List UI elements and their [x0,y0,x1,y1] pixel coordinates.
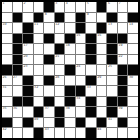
crossword-cell[interactable] [65,55,75,65]
crossword-cell[interactable]: 31 [2,86,12,96]
crossword-cell[interactable]: 34 [76,97,86,107]
crossword-cell[interactable] [55,34,65,44]
crossword-cell[interactable]: 12 [55,23,65,33]
clue-number: 28 [55,76,59,79]
clue-number: 40 [34,118,38,121]
clue-number: 44 [97,128,101,131]
crossword-cell[interactable] [34,65,44,75]
crossword-cell[interactable] [97,13,107,23]
crossword-cell[interactable]: 21 [55,55,65,65]
black-cell [118,86,128,96]
black-cell [76,118,86,128]
black-cell [34,13,44,23]
black-cell [118,65,128,75]
crossword-cell[interactable]: 10 [2,23,12,33]
black-cell [44,34,54,44]
crossword-cell[interactable] [128,86,138,96]
clue-number: 17 [24,44,28,47]
clue-number: 14 [129,23,133,26]
black-cell [23,118,33,128]
black-cell [86,76,96,86]
clue-number: 37 [45,107,49,110]
black-cell [118,76,128,86]
crossword-cell[interactable]: 2 [23,2,33,12]
crossword-cell[interactable] [65,23,75,33]
clue-number: 12 [55,23,59,26]
crossword-cell[interactable] [34,97,44,107]
crossword-cell[interactable] [34,76,44,86]
crossword-cell[interactable]: 9 [86,13,96,23]
crossword-cell[interactable]: 28 [55,76,65,86]
crossword-cell[interactable] [34,2,44,12]
crossword-cell[interactable] [65,128,75,138]
black-cell [23,34,33,44]
crossword-cell[interactable] [44,23,54,33]
crossword-cell[interactable]: 41 [107,118,117,128]
crossword-cell[interactable]: 35 [2,107,12,117]
crossword-cell[interactable] [2,13,12,23]
clue-number: 11 [34,23,38,26]
black-cell [97,118,107,128]
black-cell [76,13,86,23]
clue-number: 1 [3,2,5,5]
crossword-cell[interactable] [44,118,54,128]
black-cell [86,44,96,54]
black-cell [107,55,117,65]
clue-number: 41 [108,118,112,121]
black-cell [13,65,23,75]
clue-number: 19 [118,44,122,47]
crossword-cell[interactable]: 14 [128,23,138,33]
crossword-cell[interactable] [107,86,117,96]
black-cell [13,34,23,44]
crossword-cell[interactable] [23,107,33,117]
crossword-cell[interactable] [13,23,23,33]
crossword-cell[interactable] [97,55,107,65]
clue-number: 39 [118,107,122,110]
black-cell [2,65,12,75]
black-cell [107,13,117,23]
crossword-cell[interactable] [2,44,12,54]
crossword-cell[interactable] [76,107,86,117]
crossword-cell[interactable] [2,34,12,44]
crossword-cell[interactable] [97,65,107,75]
crossword-cell[interactable]: 19 [118,44,128,54]
black-cell [107,107,117,117]
clue-number: 24 [76,65,80,68]
crossword-cell[interactable] [44,86,54,96]
crossword-cell[interactable]: 26 [2,76,12,86]
crossword-cell[interactable] [76,44,86,54]
crossword-cell[interactable] [76,2,86,12]
crossword-cell[interactable] [128,107,138,117]
clue-number: 8 [45,13,47,16]
crossword-cell[interactable]: 11 [34,23,44,33]
crossword-cell[interactable]: 42 [2,128,12,138]
black-cell [86,55,96,65]
crossword-cell[interactable]: 1 [2,2,12,12]
black-cell [97,23,107,33]
black-cell [23,86,33,96]
crossword-cell[interactable]: 5 [86,2,96,12]
clue-number: 35 [3,107,7,110]
black-cell [55,118,65,128]
crossword-grid: 1234567891011121314151617181920212223242… [0,0,140,140]
crossword-cell[interactable] [128,34,138,44]
crossword-cell[interactable]: 27 [13,76,23,86]
black-cell [118,118,128,128]
black-cell [44,55,54,65]
clue-number: 36 [13,107,17,110]
black-cell [44,76,54,86]
crossword-cell[interactable]: 33 [86,86,96,96]
crossword-cell[interactable] [118,13,128,23]
clue-number: 9 [87,13,89,16]
crossword-cell[interactable] [55,97,65,107]
crossword-cell[interactable] [76,76,86,86]
black-cell [107,44,117,54]
black-cell [23,97,33,107]
crossword-cell[interactable]: 20 [23,55,33,65]
crossword-cell[interactable]: 22 [118,55,128,65]
crossword-cell[interactable]: 17 [23,44,33,54]
crossword-cell[interactable]: 18 [65,44,75,54]
black-cell [107,34,117,44]
crossword-cell[interactable] [86,23,96,33]
clue-number: 32 [34,86,38,89]
clue-number: 42 [3,128,7,131]
black-cell [128,65,138,75]
black-cell [65,65,75,75]
crossword-cell[interactable] [86,65,96,75]
crossword-cell[interactable] [86,118,96,128]
crossword-cell[interactable] [44,65,54,75]
black-cell [97,2,107,12]
crossword-cell[interactable] [2,55,12,65]
black-cell [23,23,33,33]
black-cell [23,76,33,86]
clue-number: 23 [24,65,28,68]
crossword-cell[interactable] [65,76,75,86]
crossword-cell[interactable] [97,97,107,107]
crossword-cell[interactable] [65,118,75,128]
black-cell [76,86,86,96]
crossword-cell[interactable]: 24 [76,65,86,75]
clue-number: 18 [66,44,70,47]
crossword-cell[interactable]: 7 [118,2,128,12]
crossword-cell[interactable]: 13 [107,23,117,33]
crossword-cell[interactable]: 23 [23,65,33,75]
crossword-cell[interactable] [107,128,117,138]
clue-number: 25 [108,65,112,68]
crossword-cell[interactable] [118,128,128,138]
clue-number: 5 [87,2,89,5]
black-cell [86,128,96,138]
crossword-cell[interactable] [2,97,12,107]
crossword-cell[interactable] [97,86,107,96]
crossword-cell[interactable] [13,2,23,12]
black-cell [86,97,96,107]
clue-number: 30 [129,76,133,79]
crossword-cell[interactable]: 38 [65,107,75,117]
crossword-cell[interactable]: 8 [44,13,54,23]
black-cell [44,2,54,12]
clue-number: 22 [118,55,122,58]
black-cell [34,128,44,138]
crossword-cell[interactable] [76,128,86,138]
black-cell [55,44,65,54]
crossword-cell[interactable] [13,128,23,138]
black-cell [76,23,86,33]
crossword-cell[interactable]: 43 [44,128,54,138]
crossword-cell[interactable] [128,2,138,12]
crossword-cell[interactable] [97,44,107,54]
crossword-cell[interactable]: 16 [97,34,107,44]
clue-number: 21 [55,55,59,58]
crossword-cell[interactable] [34,44,44,54]
crossword-cell[interactable]: 44 [97,128,107,138]
black-cell [86,34,96,44]
black-cell [13,55,23,65]
clue-number: 33 [87,86,91,89]
crossword-cell[interactable] [13,86,23,96]
crossword-cell[interactable] [44,44,54,54]
clue-number: 4 [66,2,68,5]
clue-number: 26 [3,76,7,79]
clue-number: 43 [45,128,49,131]
black-cell [2,118,12,128]
crossword-cell[interactable] [34,55,44,65]
black-cell [128,13,138,23]
clue-number: 16 [97,34,101,37]
clue-number: 34 [76,97,80,100]
crossword-cell[interactable] [118,23,128,33]
clue-number: 38 [66,107,70,110]
black-cell [34,107,44,117]
crossword-cell[interactable] [55,86,65,96]
black-cell [44,97,54,107]
crossword-cell[interactable] [76,55,86,65]
crossword-cell[interactable] [13,118,23,128]
crossword-cell[interactable]: 37 [44,107,54,117]
crossword-cell[interactable] [107,76,117,86]
crossword-cell[interactable]: 30 [128,76,138,86]
crossword-cell[interactable]: 3 [55,2,65,12]
crossword-cell[interactable] [128,97,138,107]
crossword-cell[interactable] [128,118,138,128]
crossword-cell[interactable] [23,13,33,23]
clue-number: 6 [108,2,110,5]
clue-number: 7 [118,2,120,5]
clue-number: 15 [76,34,80,37]
black-cell [65,97,75,107]
black-cell [13,44,23,54]
black-cell [13,13,23,23]
clue-number: 31 [3,86,7,89]
black-cell [13,97,23,107]
clue-number: 3 [55,2,57,5]
crossword-cell[interactable]: 32 [34,86,44,96]
black-cell [65,86,75,96]
clue-number: 2 [24,2,26,5]
clue-number: 27 [13,76,17,79]
crossword-cell[interactable]: 39 [118,107,128,117]
crossword-cell[interactable] [55,128,65,138]
crossword-cell[interactable] [128,128,138,138]
crossword-cell[interactable] [128,44,138,54]
clue-number: 13 [108,23,112,26]
black-cell [55,107,65,117]
crossword-cell[interactable]: 40 [34,118,44,128]
crossword-cell[interactable]: 15 [76,34,86,44]
crossword-cell[interactable] [23,128,33,138]
black-cell [107,97,117,107]
crossword-cell[interactable] [55,65,65,75]
black-cell [118,34,128,44]
black-cell [55,13,65,23]
black-cell [65,34,75,44]
crossword-cell[interactable]: 36 [13,107,23,117]
black-cell [86,107,96,117]
crossword-cell[interactable] [34,34,44,44]
crossword-cell[interactable] [97,107,107,117]
crossword-cell[interactable]: 25 [107,65,117,75]
crossword-cell[interactable] [128,55,138,65]
clue-number: 10 [3,23,7,26]
black-cell [118,97,128,107]
crossword-cell[interactable]: 29 [97,76,107,86]
crossword-cell[interactable]: 4 [65,2,75,12]
crossword-cell[interactable]: 6 [107,2,117,12]
clue-number: 20 [24,55,28,58]
clue-number: 29 [97,76,101,79]
crossword-cell[interactable] [65,13,75,23]
